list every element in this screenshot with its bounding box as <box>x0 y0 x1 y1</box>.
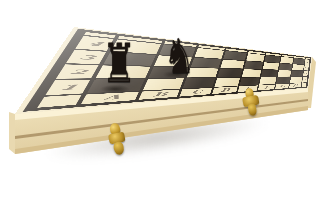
clasp-hook <box>247 103 258 116</box>
square-f2 <box>261 70 278 77</box>
square-h2 <box>291 71 303 77</box>
square-d3 <box>220 60 244 69</box>
rank-label-3-left: 3 <box>66 50 106 64</box>
rank-label-1-left: 1 <box>45 80 90 96</box>
board-corner-cell <box>37 95 81 108</box>
square-d2 <box>217 69 242 78</box>
rank-label-3-right: 3 <box>304 65 309 71</box>
square-h3 <box>292 64 304 70</box>
square-e2 <box>241 69 261 77</box>
file-label-g: G <box>275 84 289 89</box>
rank-label-2-right: 2 <box>303 71 308 77</box>
product-photo-chess-box: 44332211ABCDEFGH ♜ ♞ <box>0 0 320 197</box>
file-label-f: F <box>258 85 275 91</box>
piece-black-knight-e2: ♞ <box>164 33 195 81</box>
square-f3 <box>263 62 279 69</box>
rank-label-4-right: 4 <box>305 59 310 65</box>
square-c3 <box>191 58 221 68</box>
rank-label-1-right: 1 <box>302 77 307 83</box>
file-label-d: D <box>212 87 237 95</box>
file-label-h: H <box>289 83 301 88</box>
square-e3 <box>244 61 263 69</box>
clasp-hook <box>113 141 125 156</box>
file-label-b: B <box>138 90 180 100</box>
square-g3 <box>279 63 293 70</box>
file-label-c: C <box>180 88 212 97</box>
square-g2 <box>277 70 291 76</box>
board-corner-cell <box>302 83 307 87</box>
rank-label-2-left: 2 <box>56 64 98 78</box>
piece-black-rook-b2: ♜ <box>102 37 137 91</box>
